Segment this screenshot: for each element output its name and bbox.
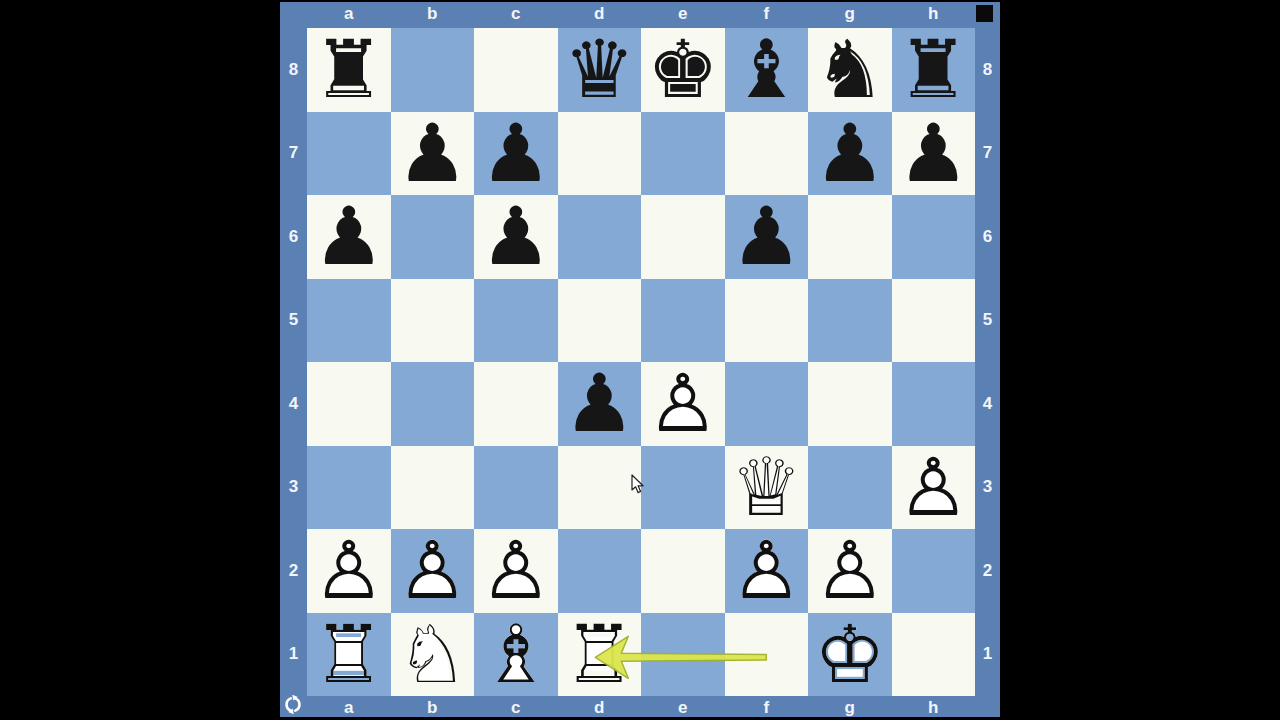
file-label-b: b bbox=[391, 698, 475, 718]
white-piece-outline: ♙ bbox=[307, 529, 391, 613]
top-black-edge bbox=[280, 0, 1000, 2]
square-g1[interactable]: ♚♔ bbox=[808, 613, 892, 697]
black-pawn-c6[interactable]: ♟ bbox=[474, 195, 558, 279]
white-king-g1[interactable]: ♚♔ bbox=[808, 613, 892, 697]
file-label-d: d bbox=[558, 698, 642, 718]
square-c8[interactable] bbox=[474, 28, 558, 112]
white-piece-outline: ♙ bbox=[391, 529, 475, 613]
square-d5[interactable] bbox=[558, 279, 642, 363]
square-e2[interactable] bbox=[641, 529, 725, 613]
mouse-cursor-icon bbox=[630, 474, 646, 496]
file-label-h: h bbox=[892, 4, 976, 24]
square-b3[interactable] bbox=[391, 446, 475, 530]
rank-label-5: 5 bbox=[975, 310, 1000, 330]
rank-label-7: 7 bbox=[280, 143, 307, 163]
file-label-f: f bbox=[725, 4, 809, 24]
square-e4[interactable]: ♟♙ bbox=[641, 362, 725, 446]
black-pawn-c7[interactable]: ♟ bbox=[474, 112, 558, 196]
rank-label-6: 6 bbox=[280, 227, 307, 247]
square-b6[interactable] bbox=[391, 195, 475, 279]
rank-label-2: 2 bbox=[280, 561, 307, 581]
white-pawn-g2[interactable]: ♟♙ bbox=[808, 529, 892, 613]
square-a4[interactable] bbox=[307, 362, 391, 446]
square-a3[interactable] bbox=[307, 446, 391, 530]
black-knight-g8[interactable]: ♞ bbox=[808, 28, 892, 112]
square-g3[interactable] bbox=[808, 446, 892, 530]
white-piece-outline: ♙ bbox=[725, 529, 809, 613]
white-piece-outline: ♘ bbox=[391, 613, 475, 697]
white-piece-outline: ♗ bbox=[474, 613, 558, 697]
white-knight-b1[interactable]: ♞♘ bbox=[391, 613, 475, 697]
square-a7[interactable] bbox=[307, 112, 391, 196]
square-a6[interactable]: ♟ bbox=[307, 195, 391, 279]
white-rook-d1[interactable]: ♜♖ bbox=[558, 613, 642, 697]
file-label-g: g bbox=[808, 4, 892, 24]
square-f5[interactable] bbox=[725, 279, 809, 363]
square-g4[interactable] bbox=[808, 362, 892, 446]
square-f2[interactable]: ♟♙ bbox=[725, 529, 809, 613]
square-e1[interactable] bbox=[641, 613, 725, 697]
white-pawn-h3[interactable]: ♟♙ bbox=[892, 446, 976, 530]
square-b4[interactable] bbox=[391, 362, 475, 446]
rank-label-4: 4 bbox=[975, 394, 1000, 414]
square-g8[interactable]: ♞ bbox=[808, 28, 892, 112]
black-pawn-h7[interactable]: ♟ bbox=[892, 112, 976, 196]
file-label-c: c bbox=[474, 4, 558, 24]
rank-label-3: 3 bbox=[280, 477, 307, 497]
white-piece-outline: ♖ bbox=[307, 613, 391, 697]
rank-label-2: 2 bbox=[975, 561, 1000, 581]
black-bishop-f8[interactable]: ♝ bbox=[725, 28, 809, 112]
square-f4[interactable] bbox=[725, 362, 809, 446]
square-d4[interactable]: ♟ bbox=[558, 362, 642, 446]
square-f8[interactable]: ♝ bbox=[725, 28, 809, 112]
square-d1[interactable]: ♜♖ bbox=[558, 613, 642, 697]
square-f3[interactable]: ♛♕ bbox=[725, 446, 809, 530]
square-g7[interactable]: ♟ bbox=[808, 112, 892, 196]
square-g2[interactable]: ♟♙ bbox=[808, 529, 892, 613]
white-rook-a1[interactable]: ♜♖ bbox=[307, 613, 391, 697]
rank-label-8: 8 bbox=[280, 60, 307, 80]
file-label-g: g bbox=[808, 698, 892, 718]
square-e5[interactable] bbox=[641, 279, 725, 363]
square-b5[interactable] bbox=[391, 279, 475, 363]
rank-label-3: 3 bbox=[975, 477, 1000, 497]
screenshot-root: { "game": "chess", "position": { "fen": … bbox=[0, 0, 1280, 720]
square-h1[interactable] bbox=[892, 613, 976, 697]
white-piece-outline: ♙ bbox=[808, 529, 892, 613]
square-f6[interactable]: ♟ bbox=[725, 195, 809, 279]
black-queen-d8[interactable]: ♛ bbox=[558, 28, 642, 112]
square-g5[interactable] bbox=[808, 279, 892, 363]
square-h4[interactable] bbox=[892, 362, 976, 446]
square-e7[interactable] bbox=[641, 112, 725, 196]
square-a5[interactable] bbox=[307, 279, 391, 363]
rank-label-1: 1 bbox=[280, 644, 307, 664]
file-label-b: b bbox=[391, 4, 475, 24]
square-g6[interactable] bbox=[808, 195, 892, 279]
square-c2[interactable]: ♟♙ bbox=[474, 529, 558, 613]
file-label-a: a bbox=[307, 4, 391, 24]
square-c7[interactable]: ♟ bbox=[474, 112, 558, 196]
rank-label-4: 4 bbox=[280, 394, 307, 414]
black-pawn-b7[interactable]: ♟ bbox=[391, 112, 475, 196]
black-pawn-f6[interactable]: ♟ bbox=[725, 195, 809, 279]
square-b1[interactable]: ♞♘ bbox=[391, 613, 475, 697]
square-e8[interactable]: ♚ bbox=[641, 28, 725, 112]
white-piece-outline: ♕ bbox=[725, 446, 809, 530]
square-c5[interactable] bbox=[474, 279, 558, 363]
black-rook-h8[interactable]: ♜ bbox=[892, 28, 976, 112]
black-pawn-g7[interactable]: ♟ bbox=[808, 112, 892, 196]
square-d7[interactable] bbox=[558, 112, 642, 196]
rank-labels-left: 87654321 bbox=[280, 28, 307, 696]
black-pawn-d4[interactable]: ♟ bbox=[558, 362, 642, 446]
black-pawn-a6[interactable]: ♟ bbox=[307, 195, 391, 279]
square-h7[interactable]: ♟ bbox=[892, 112, 976, 196]
square-c3[interactable] bbox=[474, 446, 558, 530]
chess-board-frame: abcdefgh abcdefgh 87654321 87654321 ♜♛♚♝… bbox=[280, 0, 1000, 720]
white-pawn-c2[interactable]: ♟♙ bbox=[474, 529, 558, 613]
rank-label-5: 5 bbox=[280, 310, 307, 330]
square-b7[interactable]: ♟ bbox=[391, 112, 475, 196]
rank-label-8: 8 bbox=[975, 60, 1000, 80]
flip-board-icon[interactable] bbox=[283, 694, 303, 715]
white-pawn-a2[interactable]: ♟♙ bbox=[307, 529, 391, 613]
white-bishop-c1[interactable]: ♝♗ bbox=[474, 613, 558, 697]
rank-label-1: 1 bbox=[975, 644, 1000, 664]
square-b8[interactable] bbox=[391, 28, 475, 112]
square-h8[interactable]: ♜ bbox=[892, 28, 976, 112]
file-label-h: h bbox=[892, 698, 976, 718]
board-grid: ♜♛♚♝♞♜♟♟♟♟♟♟♟♟♟♙♛♕♟♙♟♙♟♙♟♙♟♙♟♙♜♖♞♘♝♗♜♖♚♔ bbox=[307, 28, 975, 696]
file-label-c: c bbox=[474, 698, 558, 718]
file-label-e: e bbox=[641, 698, 725, 718]
white-pawn-b2[interactable]: ♟♙ bbox=[391, 529, 475, 613]
square-h3[interactable]: ♟♙ bbox=[892, 446, 976, 530]
white-piece-outline: ♙ bbox=[641, 362, 725, 446]
white-piece-outline: ♔ bbox=[808, 613, 892, 697]
white-piece-outline: ♙ bbox=[892, 446, 976, 530]
square-e6[interactable] bbox=[641, 195, 725, 279]
rank-label-7: 7 bbox=[975, 143, 1000, 163]
square-d2[interactable] bbox=[558, 529, 642, 613]
white-pawn-e4[interactable]: ♟♙ bbox=[641, 362, 725, 446]
rank-labels-right: 87654321 bbox=[975, 28, 1000, 696]
square-f7[interactable] bbox=[725, 112, 809, 196]
square-a8[interactable]: ♜ bbox=[307, 28, 391, 112]
white-queen-f3[interactable]: ♛♕ bbox=[725, 446, 809, 530]
square-c1[interactable]: ♝♗ bbox=[474, 613, 558, 697]
square-a2[interactable]: ♟♙ bbox=[307, 529, 391, 613]
square-d8[interactable]: ♛ bbox=[558, 28, 642, 112]
file-label-f: f bbox=[725, 698, 809, 718]
black-king-e8[interactable]: ♚ bbox=[641, 28, 725, 112]
rank-label-6: 6 bbox=[975, 227, 1000, 247]
square-a1[interactable]: ♜♖ bbox=[307, 613, 391, 697]
square-h6[interactable] bbox=[892, 195, 976, 279]
file-label-d: d bbox=[558, 4, 642, 24]
square-h2[interactable] bbox=[892, 529, 976, 613]
square-e3[interactable] bbox=[641, 446, 725, 530]
square-c6[interactable]: ♟ bbox=[474, 195, 558, 279]
white-piece-outline: ♙ bbox=[474, 529, 558, 613]
square-h5[interactable] bbox=[892, 279, 976, 363]
square-b2[interactable]: ♟♙ bbox=[391, 529, 475, 613]
square-d6[interactable] bbox=[558, 195, 642, 279]
white-pawn-f2[interactable]: ♟♙ bbox=[725, 529, 809, 613]
file-label-a: a bbox=[307, 698, 391, 718]
black-rook-a8[interactable]: ♜ bbox=[307, 28, 391, 112]
square-c4[interactable] bbox=[474, 362, 558, 446]
file-label-e: e bbox=[641, 4, 725, 24]
black-to-move-square-icon bbox=[976, 5, 993, 22]
white-piece-outline: ♖ bbox=[558, 613, 642, 697]
square-f1[interactable] bbox=[725, 613, 809, 697]
square-d3[interactable] bbox=[558, 446, 642, 530]
